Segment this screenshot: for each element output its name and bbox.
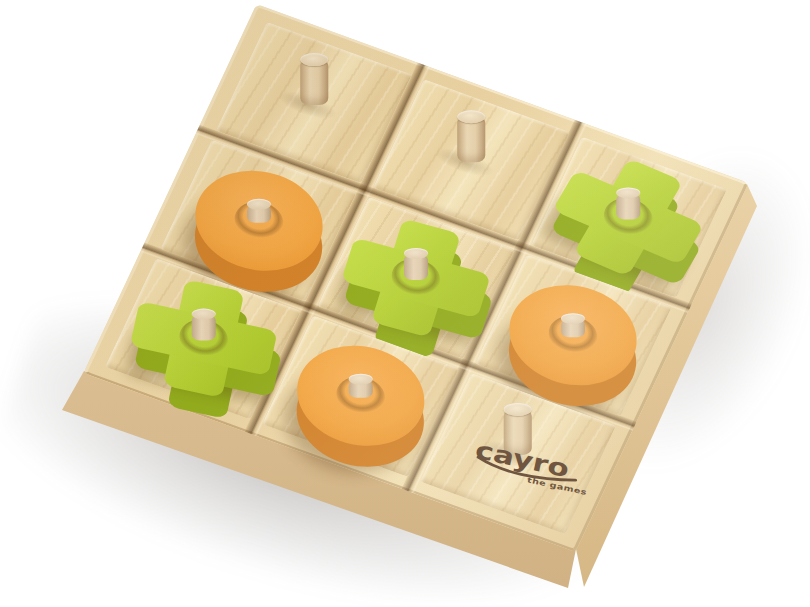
peg-top — [300, 53, 328, 66]
board: cayro the games — [83, 4, 748, 552]
tic-tac-toe-product-photo: cayro the games — [0, 0, 810, 607]
board-grid — [83, 4, 748, 552]
peg-top — [457, 110, 485, 123]
peg-cap-top — [247, 199, 271, 210]
peg-cap-top — [191, 309, 215, 320]
peg-cap-top — [404, 248, 428, 259]
peg-cap-top — [617, 187, 641, 198]
